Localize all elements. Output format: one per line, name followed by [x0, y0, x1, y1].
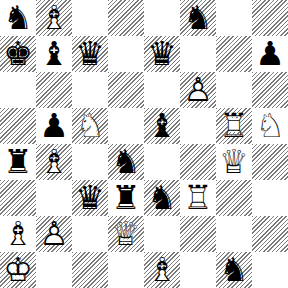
black-knight[interactable]: ♞ [180, 0, 216, 36]
square-d5[interactable] [108, 108, 144, 144]
square-e3[interactable]: ♞ [144, 180, 180, 216]
square-c3[interactable]: ♛ [72, 180, 108, 216]
square-g6[interactable] [216, 72, 252, 108]
square-a7[interactable]: ♚ [0, 36, 36, 72]
square-b3[interactable] [36, 180, 72, 216]
black-rook[interactable]: ♜ [108, 180, 144, 216]
white-bishop[interactable]: ♗ [144, 252, 180, 288]
square-g8[interactable] [216, 0, 252, 36]
square-h4[interactable] [252, 144, 288, 180]
square-h2[interactable] [252, 216, 288, 252]
square-c1[interactable] [72, 252, 108, 288]
square-e2[interactable] [144, 216, 180, 252]
square-f6[interactable]: ♟♙ [180, 72, 216, 108]
square-g3[interactable] [216, 180, 252, 216]
white-knight[interactable]: ♘ [252, 108, 288, 144]
square-c4[interactable] [72, 144, 108, 180]
square-g4[interactable]: ♛♕ [216, 144, 252, 180]
square-f5[interactable] [180, 108, 216, 144]
square-c5[interactable]: ♞♘ [72, 108, 108, 144]
square-a3[interactable] [0, 180, 36, 216]
white-bishop[interactable]: ♗ [36, 144, 72, 180]
square-g7[interactable] [216, 36, 252, 72]
black-queen[interactable]: ♛ [72, 36, 108, 72]
square-d6[interactable] [108, 72, 144, 108]
square-f4[interactable] [180, 144, 216, 180]
black-pawn[interactable]: ♟ [252, 36, 288, 72]
white-bishop[interactable]: ♗ [0, 216, 36, 252]
square-b2[interactable]: ♟♙ [36, 216, 72, 252]
square-f3[interactable]: ♜♖ [180, 180, 216, 216]
white-queen[interactable]: ♕ [216, 144, 252, 180]
square-a8[interactable]: ♞ [0, 0, 36, 36]
square-b6[interactable] [36, 72, 72, 108]
square-h7[interactable]: ♟ [252, 36, 288, 72]
chess-board: ♞♝♗♞♚♝♛♛♟♟♙♟♞♘♝♜♖♞♘♜♝♗♞♛♕♛♜♞♜♖♝♗♟♙♛♕♚♔♝♗… [0, 0, 288, 288]
square-d3[interactable]: ♜ [108, 180, 144, 216]
black-knight[interactable]: ♞ [144, 180, 180, 216]
square-d7[interactable] [108, 36, 144, 72]
white-bishop[interactable]: ♗ [36, 0, 72, 36]
black-queen[interactable]: ♛ [144, 36, 180, 72]
square-b7[interactable]: ♝ [36, 36, 72, 72]
square-d2[interactable]: ♛♕ [108, 216, 144, 252]
square-g5[interactable]: ♜♖ [216, 108, 252, 144]
square-b4[interactable]: ♝♗ [36, 144, 72, 180]
white-king[interactable]: ♔ [0, 252, 36, 288]
square-e5[interactable]: ♝ [144, 108, 180, 144]
square-f2[interactable] [180, 216, 216, 252]
square-e8[interactable] [144, 0, 180, 36]
square-c7[interactable]: ♛ [72, 36, 108, 72]
white-queen[interactable]: ♕ [108, 216, 144, 252]
square-b8[interactable]: ♝♗ [36, 0, 72, 36]
black-rook[interactable]: ♜ [0, 144, 36, 180]
square-f8[interactable]: ♞ [180, 0, 216, 36]
square-e1[interactable]: ♝♗ [144, 252, 180, 288]
white-pawn[interactable]: ♙ [180, 72, 216, 108]
black-knight[interactable]: ♞ [0, 0, 36, 36]
white-knight[interactable]: ♘ [72, 108, 108, 144]
black-bishop[interactable]: ♝ [36, 36, 72, 72]
black-bishop[interactable]: ♝ [144, 108, 180, 144]
square-e4[interactable] [144, 144, 180, 180]
square-a4[interactable]: ♜ [0, 144, 36, 180]
square-c2[interactable] [72, 216, 108, 252]
white-rook[interactable]: ♖ [180, 180, 216, 216]
square-a6[interactable] [0, 72, 36, 108]
square-d4[interactable]: ♞ [108, 144, 144, 180]
square-c6[interactable] [72, 72, 108, 108]
square-e7[interactable]: ♛ [144, 36, 180, 72]
square-b5[interactable]: ♟ [36, 108, 72, 144]
square-h1[interactable] [252, 252, 288, 288]
black-king[interactable]: ♚ [0, 36, 36, 72]
square-h3[interactable] [252, 180, 288, 216]
square-a5[interactable] [0, 108, 36, 144]
square-h6[interactable] [252, 72, 288, 108]
square-d1[interactable] [108, 252, 144, 288]
black-pawn[interactable]: ♟ [36, 108, 72, 144]
square-f1[interactable] [180, 252, 216, 288]
square-f7[interactable] [180, 36, 216, 72]
square-e6[interactable] [144, 72, 180, 108]
black-knight[interactable]: ♞ [108, 144, 144, 180]
white-pawn[interactable]: ♙ [36, 216, 72, 252]
black-queen[interactable]: ♛ [72, 180, 108, 216]
square-g1[interactable]: ♞ [216, 252, 252, 288]
square-h5[interactable]: ♞♘ [252, 108, 288, 144]
black-knight[interactable]: ♞ [216, 252, 252, 288]
square-c8[interactable] [72, 0, 108, 36]
square-g2[interactable] [216, 216, 252, 252]
square-d8[interactable] [108, 0, 144, 36]
white-rook[interactable]: ♖ [216, 108, 252, 144]
square-a1[interactable]: ♚♔ [0, 252, 36, 288]
square-b1[interactable] [36, 252, 72, 288]
square-h8[interactable] [252, 0, 288, 36]
square-a2[interactable]: ♝♗ [0, 216, 36, 252]
